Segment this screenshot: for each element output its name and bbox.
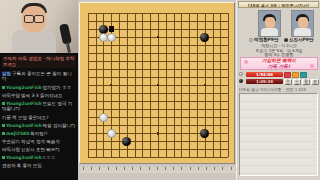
intersection-J11[interactable] [146,73,154,81]
intersection-Q15[interactable] [201,41,209,49]
intersection-H14[interactable] [139,49,147,57]
intersection-R11[interactable] [209,73,217,81]
intersection-T9[interactable] [224,89,232,97]
intersection-T18[interactable] [224,17,232,25]
intersection-H7[interactable] [139,105,147,113]
intersection-D10[interactable] [107,81,115,89]
intersection-M1[interactable] [170,153,178,161]
intersection-P17[interactable] [193,25,201,33]
intersection-C18[interactable] [100,17,108,25]
intersection-N8[interactable] [177,97,185,105]
intersection-L4[interactable] [162,129,170,137]
intersection-H16[interactable] [139,33,147,41]
intersection-C2[interactable] [100,145,108,153]
intersection-C10[interactable] [100,81,108,89]
intersection-C11[interactable] [100,73,108,81]
intersection-J7[interactable] [146,105,154,113]
intersection-M13[interactable] [170,57,178,65]
intersection-Q7[interactable] [201,105,209,113]
intersection-K13[interactable] [154,57,162,65]
intersection-M8[interactable] [170,97,178,105]
intersection-E6[interactable] [115,113,123,121]
intersection-R13[interactable] [209,57,217,65]
intersection-A12[interactable] [84,65,92,73]
intersection-F13[interactable] [123,57,131,65]
intersection-B15[interactable] [92,41,100,49]
intersection-E1[interactable] [115,153,123,161]
intersection-S18[interactable] [216,17,224,25]
intersection-T14[interactable] [224,49,232,57]
intersection-B8[interactable] [92,97,100,105]
intersection-J15[interactable] [146,41,154,49]
intersection-M3[interactable] [170,137,178,145]
intersection-N14[interactable] [177,49,185,57]
intersection-Q3[interactable] [201,137,209,145]
intersection-H6[interactable] [139,113,147,121]
panel-button-수순[interactable]: 수순 [293,79,301,86]
intersection-P15[interactable] [193,41,201,49]
intersection-A8[interactable] [84,97,92,105]
intersection-D16[interactable] [107,33,115,41]
intersection-O17[interactable] [185,25,193,33]
intersection-N3[interactable] [177,137,185,145]
intersection-E11[interactable] [115,73,123,81]
intersection-B2[interactable] [92,145,100,153]
intersection-J2[interactable] [146,145,154,153]
intersection-J16[interactable] [146,33,154,41]
intersection-D18[interactable] [107,17,115,25]
intersection-M9[interactable] [170,89,178,97]
intersection-F7[interactable] [123,105,131,113]
intersection-B3[interactable] [92,137,100,145]
intersection-F8[interactable] [123,97,131,105]
intersection-C17[interactable] [100,25,108,33]
intersection-L17[interactable] [162,25,170,33]
intersection-R17[interactable] [209,25,217,33]
intersection-N12[interactable] [177,65,185,73]
intersection-K11[interactable] [154,73,162,81]
intersection-G15[interactable] [131,41,139,49]
intersection-O18[interactable] [185,17,193,25]
intersection-L11[interactable] [162,73,170,81]
intersection-E4[interactable] [115,129,123,137]
intersection-M16[interactable] [170,33,178,41]
intersection-E16[interactable] [115,33,123,41]
intersection-B1[interactable] [92,153,100,161]
intersection-N11[interactable] [177,73,185,81]
room-list-area[interactable] [239,93,318,176]
intersection-N2[interactable] [177,145,185,153]
intersection-S9[interactable] [216,89,224,97]
intersection-H10[interactable] [139,81,147,89]
intersection-F9[interactable] [123,89,131,97]
intersection-G8[interactable] [131,97,139,105]
intersection-S5[interactable] [216,121,224,129]
intersection-C19[interactable] [100,9,108,17]
live-chat-panel[interactable]: 수제자 바둑 생방송 · 매너채팅 부탁드려요알림구독과 좋아요는 큰 힘이 됩… [0,53,78,180]
intersection-R4[interactable] [209,129,217,137]
intersection-B12[interactable] [92,65,100,73]
intersection-C1[interactable] [100,153,108,161]
gift-icon[interactable] [292,72,299,78]
intersection-G9[interactable] [131,89,139,97]
intersection-T17[interactable] [224,25,232,33]
intersection-N18[interactable] [177,17,185,25]
intersection-O12[interactable] [185,65,193,73]
intersection-F2[interactable] [123,145,131,153]
intersection-L18[interactable] [162,17,170,25]
intersection-P11[interactable] [193,73,201,81]
intersection-S19[interactable] [216,9,224,17]
intersection-M2[interactable] [170,145,178,153]
intersection-F19[interactable] [123,9,131,17]
intersection-E5[interactable] [115,121,123,129]
intersection-T13[interactable] [224,57,232,65]
intersection-S7[interactable] [216,105,224,113]
intersection-M6[interactable] [170,113,178,121]
intersection-G16[interactable] [131,33,139,41]
intersection-H3[interactable] [139,137,147,145]
intersection-E7[interactable] [115,105,123,113]
intersection-L12[interactable] [162,65,170,73]
intersection-F6[interactable] [123,113,131,121]
intersection-R10[interactable] [209,81,217,89]
intersection-N7[interactable] [177,105,185,113]
intersection-N16[interactable] [177,33,185,41]
emoticon-icon[interactable] [284,72,291,78]
intersection-G7[interactable] [131,105,139,113]
intersection-H5[interactable] [139,121,147,129]
intersection-D19[interactable] [107,9,115,17]
intersection-S14[interactable] [216,49,224,57]
intersection-E15[interactable] [115,41,123,49]
intersection-E13[interactable] [115,57,123,65]
intersection-O11[interactable] [185,73,193,81]
intersection-H2[interactable] [139,145,147,153]
intersection-A5[interactable] [84,121,92,129]
intersection-T8[interactable] [224,97,232,105]
intersection-G18[interactable] [131,17,139,25]
intersection-G14[interactable] [131,49,139,57]
intersection-G13[interactable] [131,57,139,65]
intersection-O3[interactable] [185,137,193,145]
intersection-S2[interactable] [216,145,224,153]
intersection-A3[interactable] [84,137,92,145]
intersection-F1[interactable] [123,153,131,161]
intersection-S6[interactable] [216,113,224,121]
intersection-J1[interactable] [146,153,154,161]
intersection-H17[interactable] [139,25,147,33]
intersection-J18[interactable] [146,17,154,25]
intersection-F15[interactable] [123,41,131,49]
intersection-L9[interactable] [162,89,170,97]
intersection-P14[interactable] [193,49,201,57]
intersection-K16[interactable] [154,33,162,41]
intersection-E8[interactable] [115,97,123,105]
intersection-S17[interactable] [216,25,224,33]
intersection-T4[interactable] [224,129,232,137]
intersection-M15[interactable] [170,41,178,49]
intersection-Q4[interactable] [201,129,209,137]
intersection-D3[interactable] [107,137,115,145]
intersection-P10[interactable] [193,81,201,89]
intersection-N5[interactable] [177,121,185,129]
intersection-P2[interactable] [193,145,201,153]
panel-button-정보[interactable]: 정보 [284,79,292,86]
intersection-T12[interactable] [224,65,232,73]
intersection-E19[interactable] [115,9,123,17]
intersection-K1[interactable] [154,153,162,161]
intersection-J17[interactable] [146,25,154,33]
intersection-F11[interactable] [123,73,131,81]
intersection-A7[interactable] [84,105,92,113]
intersection-P3[interactable] [193,137,201,145]
intersection-N19[interactable] [177,9,185,17]
intersection-J5[interactable] [146,121,154,129]
intersection-K6[interactable] [154,113,162,121]
intersection-J12[interactable] [146,65,154,73]
intersection-E14[interactable] [115,49,123,57]
intersection-J14[interactable] [146,49,154,57]
intersection-Q17[interactable] [201,25,209,33]
intersection-B10[interactable] [92,81,100,89]
intersection-T11[interactable] [224,73,232,81]
intersection-O16[interactable] [185,33,193,41]
intersection-K9[interactable] [154,89,162,97]
intersection-M18[interactable] [170,17,178,25]
intersection-M4[interactable] [170,129,178,137]
intersection-R1[interactable] [209,153,217,161]
intersection-L8[interactable] [162,97,170,105]
intersection-A2[interactable] [84,145,92,153]
intersection-S15[interactable] [216,41,224,49]
intersection-A18[interactable] [84,17,92,25]
intersection-R15[interactable] [209,41,217,49]
intersection-A11[interactable] [84,73,92,81]
intersection-F14[interactable] [123,49,131,57]
intersection-N1[interactable] [177,153,185,161]
intersection-F17[interactable] [123,25,131,33]
intersection-L1[interactable] [162,153,170,161]
board-icon[interactable] [300,72,307,78]
intersection-J13[interactable] [146,57,154,65]
intersection-K14[interactable] [154,49,162,57]
intersection-D15[interactable] [107,41,115,49]
intersection-F16[interactable] [123,33,131,41]
intersection-A4[interactable] [84,129,92,137]
intersection-N13[interactable] [177,57,185,65]
intersection-G12[interactable] [131,65,139,73]
intersection-S3[interactable] [216,137,224,145]
intersection-H8[interactable] [139,97,147,105]
intersection-P1[interactable] [193,153,201,161]
intersection-F10[interactable] [123,81,131,89]
intersection-L14[interactable] [162,49,170,57]
intersection-E12[interactable] [115,65,123,73]
intersection-Q2[interactable] [201,145,209,153]
intersection-D8[interactable] [107,97,115,105]
intersection-D7[interactable] [107,105,115,113]
intersection-H19[interactable] [139,9,147,17]
intersection-D13[interactable] [107,57,115,65]
intersection-O4[interactable] [185,129,193,137]
intersection-S4[interactable] [216,129,224,137]
intersection-M19[interactable] [170,9,178,17]
intersection-O13[interactable] [185,57,193,65]
intersection-K12[interactable] [154,65,162,73]
intersection-H18[interactable] [139,17,147,25]
intersection-J9[interactable] [146,89,154,97]
intersection-F5[interactable] [123,121,131,129]
intersection-N10[interactable] [177,81,185,89]
intersection-A16[interactable] [84,33,92,41]
intersection-S10[interactable] [216,81,224,89]
intersection-M7[interactable] [170,105,178,113]
intersection-B13[interactable] [92,57,100,65]
intersection-D11[interactable] [107,73,115,81]
intersection-R12[interactable] [209,65,217,73]
intersection-T2[interactable] [224,145,232,153]
intersection-H9[interactable] [139,89,147,97]
intersection-B18[interactable] [92,17,100,25]
intersection-K17[interactable] [154,25,162,33]
intersection-N15[interactable] [177,41,185,49]
intersection-Q13[interactable] [201,57,209,65]
intersection-R19[interactable] [209,9,217,17]
intersection-A19[interactable] [84,9,92,17]
intersection-R2[interactable] [209,145,217,153]
intersection-M5[interactable] [170,121,178,129]
goban-grid[interactable] [84,9,232,161]
intersection-Q6[interactable] [201,113,209,121]
intersection-C12[interactable] [100,65,108,73]
intersection-Q8[interactable] [201,97,209,105]
intersection-T19[interactable] [224,9,232,17]
intersection-G2[interactable] [131,145,139,153]
intersection-T16[interactable] [224,33,232,41]
intersection-E17[interactable] [115,25,123,33]
intersection-R16[interactable] [209,33,217,41]
intersection-R18[interactable] [209,17,217,25]
intersection-H1[interactable] [139,153,147,161]
intersection-J19[interactable] [146,9,154,17]
intersection-E10[interactable] [115,81,123,89]
intersection-M11[interactable] [170,73,178,81]
intersection-G19[interactable] [131,9,139,17]
intersection-H4[interactable] [139,129,147,137]
promo-banner[interactable]: 가입하면 혜택이 가득 가득! [240,57,318,70]
intersection-A1[interactable] [84,153,92,161]
intersection-C6[interactable] [100,113,108,121]
intersection-M10[interactable] [170,81,178,89]
intersection-R8[interactable] [209,97,217,105]
panel-button-참관[interactable]: 참관 [302,79,310,86]
intersection-O14[interactable] [185,49,193,57]
intersection-L19[interactable] [162,9,170,17]
intersection-A15[interactable] [84,41,92,49]
intersection-P8[interactable] [193,97,201,105]
intersection-G11[interactable] [131,73,139,81]
intersection-P9[interactable] [193,89,201,97]
intersection-K10[interactable] [154,81,162,89]
intersection-S13[interactable] [216,57,224,65]
intersection-A13[interactable] [84,57,92,65]
intersection-G10[interactable] [131,81,139,89]
intersection-Q12[interactable] [201,65,209,73]
intersection-C5[interactable] [100,121,108,129]
intersection-K19[interactable] [154,9,162,17]
intersection-H15[interactable] [139,41,147,49]
intersection-A17[interactable] [84,25,92,33]
intersection-M17[interactable] [170,25,178,33]
intersection-Q1[interactable] [201,153,209,161]
intersection-K8[interactable] [154,97,162,105]
intersection-M12[interactable] [170,65,178,73]
intersection-C8[interactable] [100,97,108,105]
intersection-F18[interactable] [123,17,131,25]
intersection-L5[interactable] [162,121,170,129]
intersection-O7[interactable] [185,105,193,113]
intersection-H13[interactable] [139,57,147,65]
intersection-O6[interactable] [185,113,193,121]
intersection-D14[interactable] [107,49,115,57]
intersection-Q18[interactable] [201,17,209,25]
intersection-R7[interactable] [209,105,217,113]
intersection-P7[interactable] [193,105,201,113]
intersection-Q11[interactable] [201,73,209,81]
intersection-T1[interactable] [224,153,232,161]
intersection-R3[interactable] [209,137,217,145]
intersection-J6[interactable] [146,113,154,121]
intersection-F12[interactable] [123,65,131,73]
intersection-H12[interactable] [139,65,147,73]
intersection-O15[interactable] [185,41,193,49]
intersection-S11[interactable] [216,73,224,81]
intersection-J10[interactable] [146,81,154,89]
intersection-H11[interactable] [139,73,147,81]
intersection-J8[interactable] [146,97,154,105]
intersection-A14[interactable] [84,49,92,57]
intersection-D6[interactable] [107,113,115,121]
intersection-P18[interactable] [193,17,201,25]
intersection-P13[interactable] [193,57,201,65]
intersection-Q10[interactable] [201,81,209,89]
intersection-R9[interactable] [209,89,217,97]
intersection-N6[interactable] [177,113,185,121]
intersection-S12[interactable] [216,65,224,73]
intersection-S8[interactable] [216,97,224,105]
intersection-Q19[interactable] [201,9,209,17]
intersection-T7[interactable] [224,105,232,113]
intersection-P12[interactable] [193,65,201,73]
intersection-C9[interactable] [100,89,108,97]
intersection-G17[interactable] [131,25,139,33]
intersection-R5[interactable] [209,121,217,129]
intersection-L7[interactable] [162,105,170,113]
intersection-D9[interactable] [107,89,115,97]
intersection-C3[interactable] [100,137,108,145]
intersection-C14[interactable] [100,49,108,57]
panel-button-설정[interactable]: 설정 [311,79,319,86]
intersection-Q14[interactable] [201,49,209,57]
intersection-P19[interactable] [193,9,201,17]
intersection-P5[interactable] [193,121,201,129]
intersection-L13[interactable] [162,57,170,65]
intersection-A9[interactable] [84,89,92,97]
intersection-R14[interactable] [209,49,217,57]
intersection-J3[interactable] [146,137,154,145]
intersection-B9[interactable] [92,89,100,97]
